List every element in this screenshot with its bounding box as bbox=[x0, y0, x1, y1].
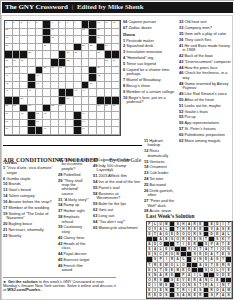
grid-cell[interactable] bbox=[74, 59, 82, 67]
grid-cell[interactable] bbox=[51, 74, 59, 82]
cell-number: 38 bbox=[59, 66, 62, 69]
clue: 54 Inn at the end of the line bbox=[93, 180, 141, 184]
grid-cell[interactable]: 50 bbox=[20, 97, 28, 105]
cell-number: 15 bbox=[82, 28, 85, 31]
cell-number: 8 bbox=[67, 21, 68, 24]
grid-cell[interactable]: 5 bbox=[36, 21, 44, 29]
grid-cell[interactable] bbox=[51, 51, 59, 59]
cell-number: 12 bbox=[113, 21, 116, 24]
clue-number: 10 bbox=[3, 181, 8, 186]
grid-cell[interactable] bbox=[13, 89, 21, 97]
clue-number: 29 bbox=[58, 178, 63, 183]
grid-cell[interactable] bbox=[82, 67, 90, 75]
clue-number: 34 bbox=[58, 202, 63, 207]
grid-cell[interactable] bbox=[43, 51, 51, 59]
grid-cell[interactable]: 51 bbox=[66, 97, 74, 105]
clue: 40 Clancy hero bbox=[58, 236, 91, 240]
clue-number: 64 bbox=[93, 219, 98, 224]
grid-cell[interactable] bbox=[13, 44, 21, 52]
cell-number: 60 bbox=[5, 112, 8, 115]
clue-number: 4 bbox=[123, 55, 126, 60]
solution-note: ► Get the solution to this week’s GNY Cr… bbox=[3, 277, 116, 293]
grid-cell[interactable]: 55 bbox=[51, 105, 59, 113]
clue: 15 Ventures bbox=[144, 160, 176, 164]
grid-cell[interactable]: 27 bbox=[74, 51, 82, 59]
clue: 59 Balm for the lips bbox=[93, 202, 141, 206]
newspaper-crossword-page: The GNY Crossword | Edited by Mike Shenk… bbox=[0, 0, 234, 300]
grid-cell[interactable] bbox=[13, 112, 21, 120]
grid-cell[interactable] bbox=[105, 74, 113, 82]
grid-cell[interactable] bbox=[112, 112, 120, 120]
clue-number: 36 bbox=[179, 37, 184, 42]
cell-number: 32 bbox=[67, 59, 70, 62]
cell-number: 63 bbox=[44, 112, 47, 115]
grid-cell[interactable] bbox=[66, 36, 74, 44]
clue-number: 66 bbox=[123, 20, 128, 24]
grid-cell[interactable]: 4 bbox=[28, 21, 36, 29]
grid-cell[interactable]: 20 bbox=[5, 44, 13, 52]
grid-cell[interactable]: 46 bbox=[5, 89, 13, 97]
cell-number: 68 bbox=[5, 127, 8, 130]
clue-number: 28 bbox=[58, 172, 63, 177]
cell-number: 59 bbox=[113, 104, 116, 107]
grid-cell[interactable] bbox=[112, 36, 120, 44]
cell-number: 42 bbox=[97, 74, 100, 77]
grid-cell[interactable] bbox=[89, 97, 97, 105]
grid-cell[interactable]: 53 bbox=[13, 105, 21, 113]
grid-cell[interactable] bbox=[112, 29, 120, 37]
clue: 45 Exercise target bbox=[58, 258, 91, 262]
grid-cell[interactable]: 37 bbox=[51, 67, 59, 75]
grid-cell[interactable]: 38 bbox=[59, 67, 67, 75]
cell-number: 40 bbox=[5, 74, 8, 77]
clue-number: 3 bbox=[123, 49, 126, 54]
grid-cell[interactable] bbox=[59, 112, 67, 120]
grid-cell[interactable]: 49 bbox=[82, 89, 90, 97]
clue-number: 33 bbox=[179, 25, 184, 30]
grid-cell[interactable] bbox=[36, 29, 44, 37]
grid-cell[interactable] bbox=[20, 29, 28, 37]
grid-cell[interactable] bbox=[105, 89, 113, 97]
grid-cell[interactable] bbox=[43, 74, 51, 82]
clue: 11 Hydrant hookup bbox=[144, 139, 176, 148]
clue-number: 43 bbox=[179, 59, 184, 64]
cell-number: 62 bbox=[36, 112, 39, 115]
grid-cell[interactable]: 25 bbox=[28, 51, 36, 59]
grid-cell[interactable] bbox=[13, 67, 21, 75]
grid-cell[interactable] bbox=[20, 67, 28, 75]
cell-number: 43 bbox=[5, 82, 8, 85]
clue-number: 45 bbox=[58, 257, 63, 262]
cell-number: 70 bbox=[82, 127, 85, 130]
clue: 5 Tenor sax legend bbox=[123, 62, 176, 66]
grid-cell[interactable] bbox=[105, 127, 113, 135]
grid-cell[interactable] bbox=[59, 127, 67, 135]
grid-cell[interactable] bbox=[20, 120, 28, 128]
clue-number: 12 bbox=[144, 148, 149, 153]
grid-cell[interactable]: 59 bbox=[112, 105, 120, 113]
grid-cell[interactable] bbox=[97, 82, 105, 90]
grid-cell[interactable]: 58 bbox=[105, 105, 113, 113]
black-square bbox=[59, 89, 67, 97]
cell-number: 21 bbox=[44, 44, 47, 47]
clue: 13 Goat’s beard bbox=[3, 188, 55, 192]
cell-number: 18 bbox=[51, 36, 54, 39]
grid-cell[interactable] bbox=[20, 74, 28, 82]
clue: 60 Palindromic preposition bbox=[179, 133, 232, 137]
grid-cell[interactable] bbox=[66, 29, 74, 37]
clue-number: 5 bbox=[123, 61, 126, 66]
clue: 3 Inoculation innovator bbox=[123, 50, 176, 54]
clue-number: 54 bbox=[93, 179, 98, 184]
clue-number: 51 bbox=[179, 103, 184, 108]
clue-column-across-1: Across1 “Vissi d’arte, vissi d’amore” si… bbox=[3, 158, 55, 240]
masthead-divider: | bbox=[70, 3, 75, 11]
grid-cell[interactable] bbox=[28, 29, 36, 37]
grid-cell[interactable]: 24 bbox=[105, 44, 113, 52]
clue: 29 “They shall reap the whirlwind” sourc… bbox=[58, 179, 91, 197]
grid-cell[interactable]: 47 bbox=[28, 89, 36, 97]
cell-number: 61 bbox=[21, 112, 24, 115]
grid-cell[interactable] bbox=[74, 105, 82, 113]
grid-cell[interactable] bbox=[105, 29, 113, 37]
grid-cell[interactable] bbox=[112, 44, 120, 52]
black-square bbox=[74, 112, 82, 120]
cell-number: 39 bbox=[97, 66, 100, 69]
grid-cell[interactable]: 42 bbox=[97, 74, 105, 82]
grid-cell[interactable] bbox=[112, 74, 120, 82]
grid-cell[interactable] bbox=[13, 74, 21, 82]
grid-cell[interactable] bbox=[20, 44, 28, 52]
grid-cell[interactable] bbox=[51, 127, 59, 135]
grid-cell[interactable]: 12 bbox=[112, 21, 120, 29]
grid-cell[interactable] bbox=[66, 82, 74, 90]
cell-number: 45 bbox=[90, 82, 93, 85]
grid-cell[interactable]: 44 bbox=[36, 82, 44, 90]
cell-number: 67 bbox=[82, 120, 85, 123]
grid-cell[interactable] bbox=[66, 120, 74, 128]
clue: 31 “A likely story!” bbox=[58, 198, 91, 202]
clue: 46 Check for freshness, in a way bbox=[179, 71, 232, 80]
clue-number: 15 bbox=[144, 159, 149, 164]
grid-cell[interactable]: 61 bbox=[20, 112, 28, 120]
clue-number: 6 bbox=[123, 67, 126, 72]
grid-cell[interactable]: 18 bbox=[51, 36, 59, 44]
grid-cell[interactable]: 8 bbox=[66, 21, 74, 29]
cell-number: 17 bbox=[5, 36, 8, 39]
grid-cell[interactable]: 54 bbox=[28, 105, 36, 113]
grid-cell[interactable]: 32 bbox=[66, 59, 74, 67]
cell-number: 2 bbox=[13, 21, 14, 24]
clue-number: 13 bbox=[3, 187, 8, 192]
clue-number: 47 bbox=[93, 157, 98, 162]
black-square bbox=[74, 127, 82, 135]
clue: 2 Squashed drink bbox=[123, 44, 176, 48]
clue-column-down-continued: 11 Hydrant hookup12 Rises dramatically15… bbox=[144, 139, 176, 212]
clue: 65 Motorcycle attachment bbox=[93, 226, 141, 230]
clue-number: 51 bbox=[93, 173, 98, 178]
cell-number: 6 bbox=[51, 21, 52, 24]
clue-number: 24 bbox=[144, 176, 149, 181]
last-week-solution-header: Last Week’s Solution bbox=[146, 213, 232, 219]
clue: 64 “You don’t say!” bbox=[93, 220, 141, 224]
cell-number: 28 bbox=[97, 51, 100, 54]
grid-cell[interactable] bbox=[28, 67, 36, 75]
clue: 33 Company men? bbox=[179, 26, 232, 30]
clue-number: 41 bbox=[179, 43, 184, 48]
grid-cell[interactable]: 45 bbox=[89, 82, 97, 90]
grid-cell[interactable] bbox=[59, 120, 67, 128]
cell-number: 27 bbox=[74, 51, 77, 54]
grid-cell[interactable]: 7 bbox=[59, 21, 67, 29]
grid-cell[interactable] bbox=[20, 36, 28, 44]
grid-cell[interactable] bbox=[89, 105, 97, 113]
grid-cell[interactable] bbox=[28, 59, 36, 67]
grid-cell[interactable] bbox=[97, 120, 105, 128]
cell-number: 24 bbox=[105, 44, 108, 47]
clue: 28 Potbellied bbox=[58, 173, 91, 177]
clue: 21 Not exact, informally bbox=[3, 228, 55, 232]
grid-cell[interactable] bbox=[13, 36, 21, 44]
grid-cell[interactable] bbox=[105, 82, 113, 90]
clue: 32 Old heat unit bbox=[179, 20, 232, 24]
cell-number: 49 bbox=[82, 89, 85, 92]
grid-cell[interactable] bbox=[51, 112, 59, 120]
clue: 1 Pesticide maker bbox=[123, 39, 176, 43]
grid-cell[interactable] bbox=[36, 51, 44, 59]
grid-cell[interactable] bbox=[36, 44, 44, 52]
grid-cell[interactable]: 34 bbox=[112, 59, 120, 67]
grid-cell[interactable]: 28 bbox=[97, 51, 105, 59]
grid-cell[interactable] bbox=[82, 51, 90, 59]
cell-number: 9 bbox=[74, 21, 75, 24]
grid-cell[interactable] bbox=[20, 127, 28, 135]
grid-cell[interactable]: 31 bbox=[20, 59, 28, 67]
grid-cell[interactable] bbox=[13, 120, 21, 128]
grid-cell[interactable] bbox=[43, 89, 51, 97]
grid-cell[interactable] bbox=[112, 89, 120, 97]
clue: 43 “Divertissement” composer bbox=[179, 60, 232, 64]
grid-cell[interactable] bbox=[59, 44, 67, 52]
clue-number: 37 bbox=[58, 208, 63, 213]
cell-number: 34 bbox=[113, 59, 116, 62]
clue: 19 Setting of “The Duke of Nazarene” bbox=[3, 212, 55, 221]
grid-cell[interactable] bbox=[43, 82, 51, 90]
grid-cell[interactable] bbox=[59, 74, 67, 82]
grid-cell[interactable] bbox=[89, 112, 97, 120]
grid-cell[interactable] bbox=[97, 127, 105, 135]
grid-cell[interactable] bbox=[51, 82, 59, 90]
cell-number: 65 bbox=[5, 120, 8, 123]
grid-cell[interactable]: 19 bbox=[97, 36, 105, 44]
clue: 62 Gets out bbox=[93, 208, 141, 212]
clue-number: 21 bbox=[3, 227, 8, 232]
grid-cell[interactable]: 66 bbox=[36, 120, 44, 128]
black-square bbox=[28, 112, 36, 120]
grid-cell[interactable]: 70 bbox=[82, 127, 90, 135]
clue-column-across-2: 24 Transportation for eccentric people?2… bbox=[58, 158, 91, 274]
clue: 25 Bat wood bbox=[144, 183, 176, 187]
cell-number: 1 bbox=[5, 21, 6, 24]
cell-number: 29 bbox=[5, 59, 8, 62]
cell-number: 3 bbox=[21, 21, 22, 24]
grid-cell[interactable]: 63 bbox=[43, 112, 51, 120]
grid-cell[interactable] bbox=[51, 89, 59, 97]
clue: 47 Lagoon surrounder bbox=[93, 158, 141, 162]
grid-cell[interactable]: 22 bbox=[82, 44, 90, 52]
grid-cell[interactable] bbox=[66, 127, 74, 135]
grid-cell[interactable]: 68 bbox=[5, 127, 13, 135]
grid-cell[interactable]: 57 bbox=[97, 105, 105, 113]
grid-cell[interactable] bbox=[36, 36, 44, 44]
clue-number: 56 bbox=[179, 120, 184, 125]
clue: 7 Mantel of Broadway bbox=[123, 78, 176, 82]
grid-cell[interactable] bbox=[105, 67, 113, 75]
clue: 14 Talent category bbox=[3, 194, 55, 198]
clue-number: 32 bbox=[179, 20, 184, 24]
grid-cell[interactable] bbox=[36, 89, 44, 97]
black-square bbox=[28, 127, 36, 135]
cell-number: 7 bbox=[59, 21, 60, 24]
grid-cell[interactable] bbox=[13, 29, 21, 37]
clue-number: 19 bbox=[3, 211, 8, 216]
grid-cell[interactable] bbox=[74, 74, 82, 82]
clue-number: 63 bbox=[93, 213, 98, 218]
clue-number: 67 bbox=[123, 25, 128, 30]
clue: 51 2003 Affleck film bbox=[93, 174, 141, 178]
grid-cell[interactable]: 48 bbox=[74, 89, 82, 97]
clue: 4 “Homeland” org. bbox=[123, 56, 176, 60]
cell-number: 55 bbox=[51, 104, 54, 107]
clue: 63 Long suit bbox=[93, 214, 141, 218]
grid-cell[interactable] bbox=[97, 89, 105, 97]
clue: 16 Answer before the snap? bbox=[3, 200, 55, 204]
clue-number: 23 bbox=[144, 170, 149, 175]
clue: 35 Gem with a play of color bbox=[179, 32, 232, 36]
clue-list-header: Across bbox=[3, 160, 55, 165]
cell-number: 54 bbox=[28, 104, 31, 107]
cell-number: 13 bbox=[5, 28, 8, 31]
grid-cell[interactable]: 36 bbox=[43, 67, 51, 75]
grid-cell[interactable] bbox=[66, 105, 74, 113]
grid-cell[interactable]: 56 bbox=[59, 105, 67, 113]
grid-cell[interactable] bbox=[89, 120, 97, 128]
clue: 55 Parrot’s wail bbox=[93, 186, 141, 190]
grid-cell[interactable]: 23 bbox=[89, 44, 97, 52]
grid-cell[interactable]: 30 bbox=[13, 59, 21, 67]
clue-number: 26 bbox=[144, 188, 149, 193]
cell-number: 19 bbox=[97, 36, 100, 39]
clue-number: 17 bbox=[3, 205, 8, 210]
clue: 17 Member of the wedding bbox=[3, 206, 55, 210]
clue: 10 Bogie’s love, put on a pedestal? bbox=[123, 96, 176, 105]
grid-cell[interactable]: 15 bbox=[82, 29, 90, 37]
grid-cell[interactable]: 21 bbox=[43, 44, 51, 52]
grid-cell[interactable] bbox=[74, 29, 82, 37]
clue: 6 Copied for a shorter time, perhaps bbox=[123, 68, 176, 77]
masthead-credit: Edited by Mike Shenk bbox=[77, 3, 144, 11]
clue: 22 Novelty bbox=[3, 234, 55, 238]
grid-cell[interactable] bbox=[82, 59, 90, 67]
note-site-link[interactable]: WSJ.com/Puzzles. bbox=[7, 287, 41, 292]
grid-cell[interactable] bbox=[112, 127, 120, 135]
grid-cell[interactable]: 69 bbox=[43, 127, 51, 135]
grid-cell[interactable]: 9 bbox=[74, 21, 82, 29]
clue-number: 59 bbox=[93, 201, 98, 206]
grid-cell[interactable] bbox=[59, 29, 67, 37]
grid-cell[interactable] bbox=[74, 97, 82, 105]
grid-cell[interactable] bbox=[112, 120, 120, 128]
black-square bbox=[59, 51, 67, 59]
grid-cell[interactable] bbox=[51, 120, 59, 128]
clue: 49 Indy 500 champ Luyendyk bbox=[93, 164, 141, 173]
grid-cell[interactable] bbox=[105, 112, 113, 120]
grid-cell[interactable] bbox=[89, 51, 97, 59]
grid-cell[interactable] bbox=[82, 97, 90, 105]
clue: 23 Cub leader bbox=[144, 171, 176, 175]
grid-cell[interactable] bbox=[36, 97, 44, 105]
solution-letter-cell: N bbox=[226, 293, 232, 298]
clue-number: 62 bbox=[93, 207, 98, 212]
grid-cell[interactable] bbox=[20, 82, 28, 90]
grid-cell[interactable] bbox=[89, 89, 97, 97]
crossword-grid[interactable]: 1234567891011121314151617181920212223242… bbox=[4, 20, 121, 136]
clue-number: 60 bbox=[179, 132, 184, 137]
cell-number: 10 bbox=[97, 21, 100, 24]
clue-number: 46 bbox=[58, 263, 63, 268]
grid-cell[interactable] bbox=[28, 36, 36, 44]
grid-cell[interactable] bbox=[74, 67, 82, 75]
grid-cell[interactable] bbox=[89, 127, 97, 135]
grid-cell[interactable] bbox=[112, 82, 120, 90]
clue-number: 8 bbox=[123, 83, 126, 88]
grid-cell[interactable] bbox=[66, 74, 74, 82]
black-square bbox=[36, 127, 44, 135]
grid-cell[interactable] bbox=[51, 44, 59, 52]
cell-number: 35 bbox=[5, 66, 8, 69]
grid-cell[interactable] bbox=[13, 127, 21, 135]
clue: 38 Emphatic refusal bbox=[58, 215, 91, 224]
cell-number: 23 bbox=[90, 44, 93, 47]
grid-cell[interactable] bbox=[36, 59, 44, 67]
grid-cell[interactable] bbox=[89, 59, 97, 67]
clue-number: 1 bbox=[123, 38, 126, 43]
cell-number: 5 bbox=[36, 21, 37, 24]
clue-number: 7 bbox=[123, 77, 126, 82]
grid-cell[interactable] bbox=[59, 82, 67, 90]
clue: 52 Goalie’s feats bbox=[179, 110, 232, 114]
grid-cell[interactable]: 33 bbox=[105, 59, 113, 67]
grid-cell[interactable] bbox=[13, 82, 21, 90]
clue-number: 62 bbox=[179, 138, 184, 143]
grid-cell[interactable] bbox=[82, 74, 90, 82]
grid-cell[interactable] bbox=[97, 112, 105, 120]
grid-cell[interactable]: 11 bbox=[105, 21, 113, 29]
clue-column-across-3: 47 Lagoon surrounder49 Indy 500 champ Lu… bbox=[93, 158, 141, 231]
clue: 48 Game invented by Alexey Pajitnov bbox=[179, 82, 232, 91]
grid-cell[interactable] bbox=[74, 36, 82, 44]
grid-cell[interactable]: 2 bbox=[13, 21, 21, 29]
grid-cell[interactable] bbox=[105, 120, 113, 128]
clue-number: 55 bbox=[179, 114, 184, 119]
grid-cell[interactable] bbox=[43, 97, 51, 105]
grid-cell[interactable]: 3 bbox=[20, 21, 28, 29]
grid-cell[interactable] bbox=[59, 36, 67, 44]
grid-cell[interactable] bbox=[112, 67, 120, 75]
grid-cell[interactable] bbox=[66, 67, 74, 75]
grid-cell[interactable] bbox=[66, 112, 74, 120]
clue: 42 Heads of the class bbox=[58, 242, 91, 251]
